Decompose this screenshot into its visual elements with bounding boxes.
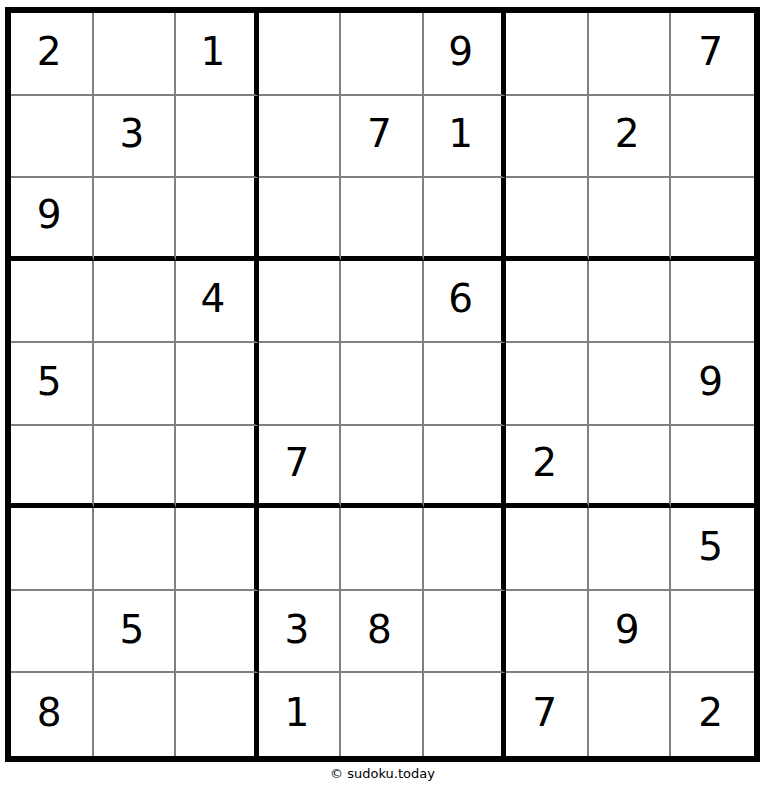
cell-r1c6[interactable]: 9 [424, 13, 507, 96]
cell-r3c1[interactable]: 9 [11, 178, 94, 261]
cell-r2c8[interactable]: 2 [589, 96, 672, 179]
cell-r9c1[interactable]: 8 [11, 673, 94, 756]
credit-text: © sudoku.today [0, 766, 765, 781]
cell-r8c3[interactable] [176, 591, 259, 674]
cell-r6c8[interactable] [589, 426, 672, 509]
cell-r9c9[interactable]: 2 [671, 673, 754, 756]
cell-r9c5[interactable] [341, 673, 424, 756]
cell-r4c8[interactable] [589, 261, 672, 344]
cell-r5c9[interactable]: 9 [671, 343, 754, 426]
cell-r5c1[interactable]: 5 [11, 343, 94, 426]
cell-r3c8[interactable] [589, 178, 672, 261]
cell-r8c7[interactable] [506, 591, 589, 674]
cell-r4c6[interactable]: 6 [424, 261, 507, 344]
cell-r7c9[interactable]: 5 [671, 508, 754, 591]
sudoku-board: 219737129465972553898172 [5, 7, 760, 762]
cell-r5c3[interactable] [176, 343, 259, 426]
cell-r1c8[interactable] [589, 13, 672, 96]
cell-r2c2[interactable]: 3 [94, 96, 177, 179]
cell-r5c6[interactable] [424, 343, 507, 426]
cell-r2c6[interactable]: 1 [424, 96, 507, 179]
cell-r7c8[interactable] [589, 508, 672, 591]
cell-r2c7[interactable] [506, 96, 589, 179]
cell-r4c9[interactable] [671, 261, 754, 344]
cell-r3c6[interactable] [424, 178, 507, 261]
cell-r3c5[interactable] [341, 178, 424, 261]
cell-r1c2[interactable] [94, 13, 177, 96]
cell-r6c5[interactable] [341, 426, 424, 509]
cell-r3c4[interactable] [259, 178, 342, 261]
cell-r6c7[interactable]: 2 [506, 426, 589, 509]
cell-r7c6[interactable] [424, 508, 507, 591]
cell-r1c5[interactable] [341, 13, 424, 96]
cell-r7c4[interactable] [259, 508, 342, 591]
cell-r1c1[interactable]: 2 [11, 13, 94, 96]
cell-r3c3[interactable] [176, 178, 259, 261]
cell-r8c6[interactable] [424, 591, 507, 674]
cell-r6c6[interactable] [424, 426, 507, 509]
cell-r5c8[interactable] [589, 343, 672, 426]
cell-r2c1[interactable] [11, 96, 94, 179]
cell-r1c7[interactable] [506, 13, 589, 96]
cell-r2c5[interactable]: 7 [341, 96, 424, 179]
cell-r5c2[interactable] [94, 343, 177, 426]
cell-r6c2[interactable] [94, 426, 177, 509]
cell-r9c2[interactable] [94, 673, 177, 756]
cell-r4c1[interactable] [11, 261, 94, 344]
cell-r1c3[interactable]: 1 [176, 13, 259, 96]
cell-r3c2[interactable] [94, 178, 177, 261]
cell-r6c4[interactable]: 7 [259, 426, 342, 509]
cell-r9c8[interactable] [589, 673, 672, 756]
cell-r3c7[interactable] [506, 178, 589, 261]
cell-r1c9[interactable]: 7 [671, 13, 754, 96]
cell-r2c3[interactable] [176, 96, 259, 179]
cell-r9c6[interactable] [424, 673, 507, 756]
cell-r8c5[interactable]: 8 [341, 591, 424, 674]
cell-r8c8[interactable]: 9 [589, 591, 672, 674]
cell-r7c1[interactable] [11, 508, 94, 591]
cell-r4c5[interactable] [341, 261, 424, 344]
cell-r8c1[interactable] [11, 591, 94, 674]
cell-r1c4[interactable] [259, 13, 342, 96]
cell-r4c3[interactable]: 4 [176, 261, 259, 344]
cell-r2c9[interactable] [671, 96, 754, 179]
cell-r6c9[interactable] [671, 426, 754, 509]
cell-r4c7[interactable] [506, 261, 589, 344]
cell-r4c2[interactable] [94, 261, 177, 344]
cell-r7c3[interactable] [176, 508, 259, 591]
cell-r7c7[interactable] [506, 508, 589, 591]
cell-r2c4[interactable] [259, 96, 342, 179]
cell-r8c2[interactable]: 5 [94, 591, 177, 674]
cell-r9c3[interactable] [176, 673, 259, 756]
cell-r7c5[interactable] [341, 508, 424, 591]
cell-r8c9[interactable] [671, 591, 754, 674]
cell-r6c1[interactable] [11, 426, 94, 509]
cell-r5c4[interactable] [259, 343, 342, 426]
cell-r6c3[interactable] [176, 426, 259, 509]
cell-r9c4[interactable]: 1 [259, 673, 342, 756]
cell-r7c2[interactable] [94, 508, 177, 591]
cell-r8c4[interactable]: 3 [259, 591, 342, 674]
cell-r3c9[interactable] [671, 178, 754, 261]
cell-r5c7[interactable] [506, 343, 589, 426]
cell-r9c7[interactable]: 7 [506, 673, 589, 756]
cell-r4c4[interactable] [259, 261, 342, 344]
cell-r5c5[interactable] [341, 343, 424, 426]
